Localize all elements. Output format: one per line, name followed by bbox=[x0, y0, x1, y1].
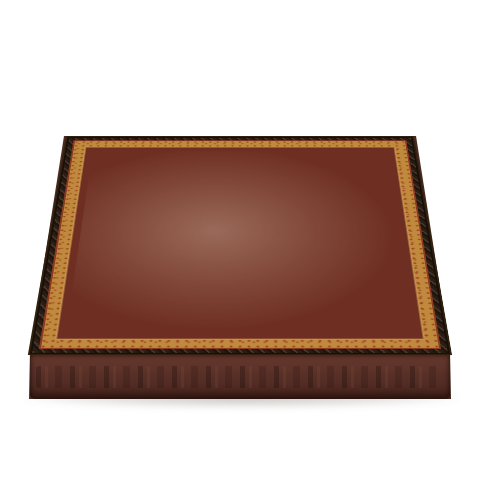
board-top bbox=[30, 137, 450, 354]
photo-stage bbox=[0, 0, 480, 480]
squares-grid bbox=[66, 151, 414, 333]
embossed-scroll-band bbox=[36, 366, 444, 388]
board-box-front-face bbox=[30, 353, 450, 399]
